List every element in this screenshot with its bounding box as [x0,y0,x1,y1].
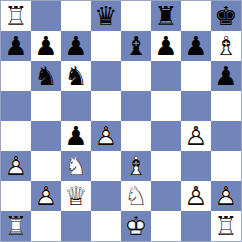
square-c7[interactable]: ♟ [61,31,91,61]
square-b2[interactable]: ♟♙ [31,181,61,211]
black-king-piece: ♚ [211,1,241,31]
white-pawn-piece: ♟♙ [31,181,61,211]
square-d2[interactable] [91,181,121,211]
white-bishop-piece: ♝♗ [121,151,151,181]
black-knight-piece: ♞ [61,61,91,91]
square-h5[interactable] [211,91,241,121]
square-c1[interactable] [61,211,91,241]
square-e5[interactable] [121,91,151,121]
white-pawn-piece: ♟♙ [211,181,241,211]
square-a3[interactable]: ♟♙ [1,151,31,181]
square-d1[interactable] [91,211,121,241]
square-b5[interactable] [31,91,61,121]
square-g5[interactable] [181,91,211,121]
square-d5[interactable] [91,91,121,121]
square-h2[interactable]: ♟♙ [211,181,241,211]
chess-board-container: ♜♖♛♜♚♟♟♟♝♟♟♝♗♞♞♟♟♟♙♟♙♟♙♞♘♝♗♟♙♛♕♞♘♟♙♟♙♜♖♚… [0,0,242,242]
square-f5[interactable] [151,91,181,121]
square-a4[interactable] [1,121,31,151]
square-b1[interactable] [31,211,61,241]
black-pawn-piece: ♟ [211,61,241,91]
square-a1[interactable]: ♜♖ [1,211,31,241]
square-g8[interactable] [181,1,211,31]
square-h3[interactable] [211,151,241,181]
square-e3[interactable]: ♝♗ [121,151,151,181]
square-g2[interactable]: ♟♙ [181,181,211,211]
square-c2[interactable]: ♛♕ [61,181,91,211]
white-rook-piece: ♜♖ [1,211,31,241]
square-f8[interactable]: ♜ [151,1,181,31]
square-h6[interactable]: ♟ [211,61,241,91]
square-b6[interactable]: ♞ [31,61,61,91]
black-queen-piece: ♛ [91,1,121,31]
chess-board: ♜♖♛♜♚♟♟♟♝♟♟♝♗♞♞♟♟♟♙♟♙♟♙♞♘♝♗♟♙♛♕♞♘♟♙♟♙♜♖♚… [0,0,242,242]
white-pawn-piece: ♟♙ [181,121,211,151]
square-e2[interactable]: ♞♘ [121,181,151,211]
square-b4[interactable] [31,121,61,151]
square-d4[interactable]: ♟♙ [91,121,121,151]
square-c4[interactable]: ♟ [61,121,91,151]
square-f4[interactable] [151,121,181,151]
white-pawn-piece: ♟♙ [91,121,121,151]
square-h4[interactable] [211,121,241,151]
square-g6[interactable] [181,61,211,91]
black-knight-piece: ♞ [31,61,61,91]
black-bishop-piece: ♝ [121,31,151,61]
square-g1[interactable] [181,211,211,241]
black-pawn-piece: ♟ [1,31,31,61]
white-rook-piece: ♜♖ [211,211,241,241]
square-g7[interactable]: ♟ [181,31,211,61]
white-pawn-piece: ♟♙ [1,151,31,181]
square-b8[interactable] [31,1,61,31]
square-a5[interactable] [1,91,31,121]
square-h7[interactable]: ♝♗ [211,31,241,61]
square-f3[interactable] [151,151,181,181]
black-pawn-piece: ♟ [61,121,91,151]
black-pawn-piece: ♟ [151,31,181,61]
white-knight-piece: ♞♘ [61,151,91,181]
white-pawn-piece: ♟♙ [181,181,211,211]
white-bishop-piece: ♝♗ [211,31,241,61]
square-a2[interactable] [1,181,31,211]
square-d6[interactable] [91,61,121,91]
square-d7[interactable] [91,31,121,61]
square-e8[interactable] [121,1,151,31]
square-f1[interactable] [151,211,181,241]
square-c5[interactable] [61,91,91,121]
square-e6[interactable] [121,61,151,91]
white-rook-piece: ♜♖ [1,1,31,31]
square-b3[interactable] [31,151,61,181]
square-c6[interactable]: ♞ [61,61,91,91]
white-king-piece: ♚♔ [121,211,151,241]
square-b7[interactable]: ♟ [31,31,61,61]
black-pawn-piece: ♟ [61,31,91,61]
square-g3[interactable] [181,151,211,181]
white-queen-piece: ♛♕ [61,181,91,211]
square-e4[interactable] [121,121,151,151]
square-a8[interactable]: ♜♖ [1,1,31,31]
square-h8[interactable]: ♚ [211,1,241,31]
square-f7[interactable]: ♟ [151,31,181,61]
black-rook-piece: ♜ [151,1,181,31]
square-h1[interactable]: ♜♖ [211,211,241,241]
black-pawn-piece: ♟ [181,31,211,61]
square-f2[interactable] [151,181,181,211]
square-f6[interactable] [151,61,181,91]
black-pawn-piece: ♟ [31,31,61,61]
square-a7[interactable]: ♟ [1,31,31,61]
white-knight-piece: ♞♘ [121,181,151,211]
square-e7[interactable]: ♝ [121,31,151,61]
square-c3[interactable]: ♞♘ [61,151,91,181]
square-d8[interactable]: ♛ [91,1,121,31]
square-e1[interactable]: ♚♔ [121,211,151,241]
square-c8[interactable] [61,1,91,31]
square-d3[interactable] [91,151,121,181]
square-a6[interactable] [1,61,31,91]
square-g4[interactable]: ♟♙ [181,121,211,151]
